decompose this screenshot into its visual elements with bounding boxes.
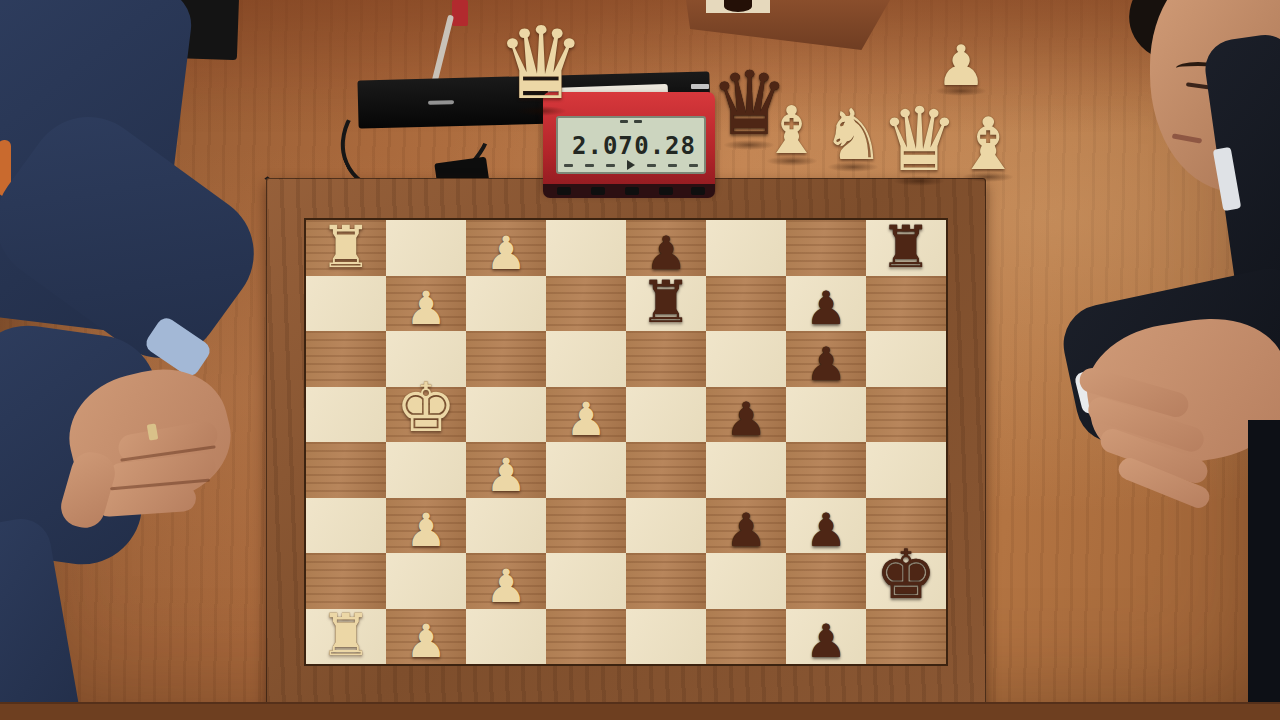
square-f1 — [306, 498, 386, 554]
clock-left-time: 2.07 — [572, 132, 634, 160]
square-d6: ♟ — [706, 387, 786, 443]
square-h2: ♟ — [386, 609, 466, 665]
black-pawn-b7: ♟ — [786, 285, 866, 331]
black-pawn-a5: ♟ — [626, 230, 706, 276]
square-a7 — [786, 220, 866, 276]
square-a3: ♟ — [466, 220, 546, 276]
piece-shadow — [893, 176, 945, 186]
square-d2: ♚ — [386, 387, 466, 443]
square-f5 — [626, 498, 706, 554]
square-e6 — [706, 442, 786, 498]
square-c4 — [546, 331, 626, 387]
clock-lcd: 2.07 0.28 — [556, 116, 706, 174]
piece-shadow — [827, 162, 879, 172]
clock-right-time: 0.28 — [634, 132, 696, 160]
square-a1: ♜ — [306, 220, 386, 276]
square-g8: ♚ — [866, 553, 946, 609]
square-e1 — [306, 442, 386, 498]
square-a8: ♜ — [866, 220, 946, 276]
black-pawn-c7: ♟ — [786, 341, 866, 387]
square-c3 — [466, 331, 546, 387]
right-dark-edge — [1248, 420, 1280, 720]
black-rook-b5: ♜ — [626, 273, 706, 331]
square-c7: ♟ — [786, 331, 866, 387]
square-b5: ♜ — [626, 276, 706, 332]
square-b4 — [546, 276, 626, 332]
piece-shadow — [766, 156, 818, 166]
square-d7 — [786, 387, 866, 443]
square-e7 — [786, 442, 866, 498]
black-pawn-f7: ♟ — [786, 507, 866, 553]
play-icon — [627, 160, 635, 170]
square-a4 — [546, 220, 626, 276]
square-b1 — [306, 276, 386, 332]
black-pawn-f6: ♟ — [706, 507, 786, 553]
white-pawn-f2: ♟ — [386, 507, 466, 553]
clock-buttons — [543, 184, 715, 198]
lcd-indicator-marks — [620, 120, 642, 123]
square-g2 — [386, 553, 466, 609]
square-h1: ♜ — [306, 609, 386, 665]
square-h7: ♟ — [786, 609, 866, 665]
square-c6 — [706, 331, 786, 387]
square-e4 — [546, 442, 626, 498]
square-f2: ♟ — [386, 498, 466, 554]
square-c8 — [866, 331, 946, 387]
background-clock — [452, 0, 468, 26]
board-grid: ♜♟♟♜♟♜♟♟♚♟♟♟♟♟♟♟♚♜♟♟ — [306, 220, 946, 664]
black-pawn-h7: ♟ — [786, 618, 866, 664]
square-g6 — [706, 553, 786, 609]
square-f4 — [546, 498, 626, 554]
square-h4 — [546, 609, 626, 665]
square-c1 — [306, 331, 386, 387]
square-e3: ♟ — [466, 442, 546, 498]
square-b2: ♟ — [386, 276, 466, 332]
square-b6 — [706, 276, 786, 332]
piece-shadow — [515, 106, 567, 116]
table-front-edge — [0, 702, 1280, 720]
square-g7 — [786, 553, 866, 609]
square-g1 — [306, 553, 386, 609]
square-a5: ♟ — [626, 220, 706, 276]
square-g5 — [626, 553, 706, 609]
square-b7: ♟ — [786, 276, 866, 332]
square-e5 — [626, 442, 706, 498]
square-d5 — [626, 387, 706, 443]
square-a2 — [386, 220, 466, 276]
square-h8 — [866, 609, 946, 665]
captured-white-bishop: ♝ — [762, 98, 821, 164]
captured-white-queen: ♛ — [496, 14, 586, 114]
clock-icon-row — [558, 160, 704, 170]
square-a6 — [706, 220, 786, 276]
square-f3 — [466, 498, 546, 554]
square-f6: ♟ — [706, 498, 786, 554]
captured-white-queen: ♛ — [880, 96, 959, 184]
clock-model-text-blur — [691, 84, 709, 89]
black-pawn-d6: ♟ — [706, 396, 786, 442]
white-pawn-g3: ♟ — [466, 563, 546, 609]
square-f7: ♟ — [786, 498, 866, 554]
square-e8 — [866, 442, 946, 498]
square-d4: ♟ — [546, 387, 626, 443]
square-g3: ♟ — [466, 553, 546, 609]
square-c5 — [626, 331, 706, 387]
square-h3 — [466, 609, 546, 665]
white-rook-h1: ♜ — [306, 606, 386, 664]
square-g4 — [546, 553, 626, 609]
square-h6 — [706, 609, 786, 665]
white-pawn-e3: ♟ — [466, 452, 546, 498]
square-f8 — [866, 498, 946, 554]
white-pawn-a3: ♟ — [466, 230, 546, 276]
black-rook-a8: ♜ — [866, 218, 946, 276]
piece-shadow — [962, 172, 1014, 182]
square-c2 — [386, 331, 466, 387]
white-pawn-h2: ♟ — [386, 618, 466, 664]
square-h5 — [626, 609, 706, 665]
captured-white-bishop: ♝ — [956, 108, 1021, 180]
rail-text-blur — [428, 100, 454, 105]
captured-white-knight: ♞ — [822, 100, 885, 170]
background-piece-base — [724, 0, 752, 12]
captured-white-pawn: ♟ — [936, 38, 986, 94]
square-d3 — [466, 387, 546, 443]
square-e2 — [386, 442, 466, 498]
square-d8 — [866, 387, 946, 443]
chess-board-frame: ♜♟♟♜♟♜♟♟♚♟♟♟♟♟♟♟♚♜♟♟ — [266, 178, 986, 710]
white-pawn-b2: ♟ — [386, 285, 466, 331]
square-d1 — [306, 387, 386, 443]
square-b3 — [466, 276, 546, 332]
white-pawn-d4: ♟ — [546, 396, 626, 442]
square-b8 — [866, 276, 946, 332]
tournament-scene: DGT ♜♟♟♜♟♜♟♟♚♟♟♟♟♟♟♟♚♜♟♟ 2.07 0.28 — [0, 0, 1280, 720]
white-rook-a1: ♜ — [306, 218, 386, 276]
